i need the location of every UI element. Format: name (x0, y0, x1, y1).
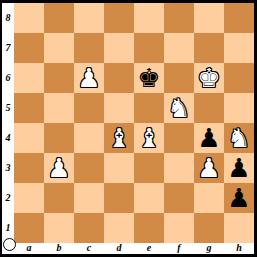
square-d2[interactable] (104, 183, 134, 213)
square-e3[interactable] (134, 153, 164, 183)
square-g2[interactable] (194, 183, 224, 213)
piece-black-pawn[interactable]: ♟ (197, 123, 220, 153)
square-f8[interactable] (164, 3, 194, 33)
file-label-e: e (134, 243, 164, 254)
file-label-c: c (74, 243, 104, 254)
side-to-move-indicator (3, 238, 16, 251)
square-b8[interactable] (44, 3, 74, 33)
file-label-f: f (164, 243, 194, 254)
square-b4[interactable] (44, 123, 74, 153)
square-e2[interactable] (134, 183, 164, 213)
chess-diagram: 876♟♚♚5♞4♝♝♟♞3♟♟♟2♟1abcdefgh (0, 0, 257, 257)
rank-label-2: 2 (2, 183, 14, 213)
square-h8[interactable] (224, 3, 254, 33)
board-grid[interactable]: 876♟♚♚5♞4♝♝♟♞3♟♟♟2♟1abcdefgh (2, 3, 254, 254)
piece-white-bishop[interactable]: ♝ (107, 123, 130, 153)
rank-label-4: 4 (2, 123, 14, 153)
square-g5[interactable] (194, 93, 224, 123)
square-e4[interactable]: ♝ (134, 123, 164, 153)
square-b5[interactable] (44, 93, 74, 123)
rank-label-7: 7 (2, 33, 14, 63)
file-label-g: g (194, 243, 224, 254)
square-c4[interactable] (74, 123, 104, 153)
file-label-b: b (44, 243, 74, 254)
piece-white-knight[interactable]: ♞ (227, 123, 250, 153)
piece-black-pawn[interactable]: ♟ (227, 153, 250, 183)
square-d4[interactable]: ♝ (104, 123, 134, 153)
square-h1[interactable] (224, 213, 254, 243)
square-h7[interactable] (224, 33, 254, 63)
square-b7[interactable] (44, 33, 74, 63)
square-c8[interactable] (74, 3, 104, 33)
square-c5[interactable] (74, 93, 104, 123)
square-e1[interactable] (134, 213, 164, 243)
piece-white-king[interactable]: ♚ (197, 63, 220, 93)
square-g1[interactable] (194, 213, 224, 243)
piece-white-pawn[interactable]: ♟ (197, 153, 220, 183)
square-a3[interactable] (14, 153, 44, 183)
square-d7[interactable] (104, 33, 134, 63)
square-e6[interactable]: ♚ (134, 63, 164, 93)
rank-label-3: 3 (2, 153, 14, 183)
rank-label-5: 5 (2, 93, 14, 123)
piece-black-king[interactable]: ♚ (137, 63, 160, 93)
square-e5[interactable] (134, 93, 164, 123)
rank-label-8: 8 (2, 3, 14, 33)
square-c7[interactable] (74, 33, 104, 63)
square-h6[interactable] (224, 63, 254, 93)
square-f2[interactable] (164, 183, 194, 213)
square-b6[interactable] (44, 63, 74, 93)
square-g4[interactable]: ♟ (194, 123, 224, 153)
square-d3[interactable] (104, 153, 134, 183)
square-b1[interactable] (44, 213, 74, 243)
square-d6[interactable] (104, 63, 134, 93)
square-f7[interactable] (164, 33, 194, 63)
square-e8[interactable] (134, 3, 164, 33)
square-g8[interactable] (194, 3, 224, 33)
piece-white-pawn[interactable]: ♟ (47, 153, 70, 183)
square-g3[interactable]: ♟ (194, 153, 224, 183)
square-d8[interactable] (104, 3, 134, 33)
square-h4[interactable]: ♞ (224, 123, 254, 153)
square-c2[interactable] (74, 183, 104, 213)
square-c3[interactable] (74, 153, 104, 183)
square-h3[interactable]: ♟ (224, 153, 254, 183)
file-label-a: a (14, 243, 44, 254)
square-a1[interactable] (14, 213, 44, 243)
square-e7[interactable] (134, 33, 164, 63)
square-c6[interactable]: ♟ (74, 63, 104, 93)
square-h2[interactable]: ♟ (224, 183, 254, 213)
piece-white-pawn[interactable]: ♟ (77, 63, 100, 93)
square-f5[interactable]: ♞ (164, 93, 194, 123)
piece-white-bishop[interactable]: ♝ (137, 123, 160, 153)
square-a5[interactable] (14, 93, 44, 123)
file-label-d: d (104, 243, 134, 254)
square-c1[interactable] (74, 213, 104, 243)
square-f6[interactable] (164, 63, 194, 93)
square-b3[interactable]: ♟ (44, 153, 74, 183)
file-label-h: h (224, 243, 254, 254)
square-a4[interactable] (14, 123, 44, 153)
square-b2[interactable] (44, 183, 74, 213)
piece-black-pawn[interactable]: ♟ (227, 183, 250, 213)
square-d5[interactable] (104, 93, 134, 123)
piece-white-knight[interactable]: ♞ (167, 93, 190, 123)
square-f3[interactable] (164, 153, 194, 183)
square-f4[interactable] (164, 123, 194, 153)
square-f1[interactable] (164, 213, 194, 243)
square-g7[interactable] (194, 33, 224, 63)
square-h5[interactable] (224, 93, 254, 123)
square-g6[interactable]: ♚ (194, 63, 224, 93)
square-a2[interactable] (14, 183, 44, 213)
rank-label-6: 6 (2, 63, 14, 93)
square-a7[interactable] (14, 33, 44, 63)
square-a8[interactable] (14, 3, 44, 33)
square-d1[interactable] (104, 213, 134, 243)
square-a6[interactable] (14, 63, 44, 93)
